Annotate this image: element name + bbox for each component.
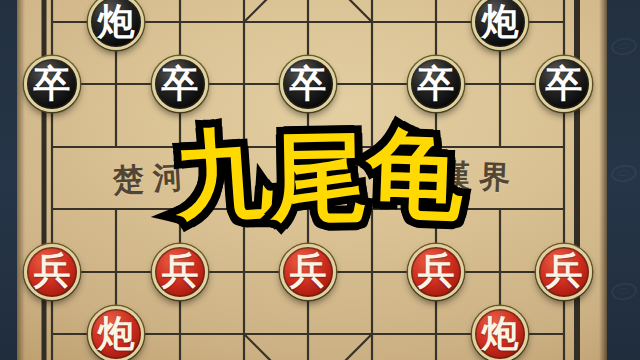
piece-character: 炮 [482, 3, 519, 40]
piece-character: 兵 [290, 252, 327, 289]
piece-character: 卒 [162, 65, 199, 102]
piece-character: 兵 [418, 252, 455, 289]
black-soldier[interactable]: 卒 [280, 56, 336, 112]
watermark-swirl-icon [610, 36, 638, 56]
title-character: 九九 [171, 116, 274, 232]
black-soldier[interactable]: 卒 [536, 56, 592, 112]
letterbox-right [607, 0, 640, 360]
piece-character: 卒 [34, 65, 71, 102]
red-soldier[interactable]: 兵 [408, 244, 464, 300]
black-soldier[interactable]: 卒 [408, 56, 464, 112]
red-soldier[interactable]: 兵 [536, 244, 592, 300]
piece-character: 兵 [162, 252, 199, 289]
red-soldier[interactable]: 兵 [280, 244, 336, 300]
video-title-overlay: 九九尾尾龟龟 [175, 119, 463, 229]
title-character: 尾尾 [270, 121, 368, 233]
piece-character: 炮 [98, 315, 135, 352]
black-soldier[interactable]: 卒 [152, 56, 208, 112]
letterbox-left [0, 0, 17, 360]
piece-character: 卒 [418, 65, 455, 102]
title-character: 龟龟 [365, 117, 465, 230]
piece-character: 兵 [34, 252, 71, 289]
video-frame: 楚河 漢界 炮炮卒卒卒卒卒兵兵兵兵兵炮炮 九九尾尾龟龟 [0, 0, 640, 360]
piece-character: 炮 [482, 315, 519, 352]
board-edge-shade-left [17, 0, 25, 360]
board-edge-shade-right [599, 0, 607, 360]
red-soldier[interactable]: 兵 [24, 244, 80, 300]
watermark-swirl-icon [610, 281, 638, 301]
red-cannon[interactable]: 炮 [88, 306, 144, 360]
piece-character: 卒 [290, 65, 327, 102]
red-cannon[interactable]: 炮 [472, 306, 528, 360]
piece-character: 炮 [98, 3, 135, 40]
piece-character: 兵 [546, 252, 583, 289]
piece-character: 卒 [546, 65, 583, 102]
watermark-swirl-icon [610, 163, 638, 183]
red-soldier[interactable]: 兵 [152, 244, 208, 300]
black-soldier[interactable]: 卒 [24, 56, 80, 112]
